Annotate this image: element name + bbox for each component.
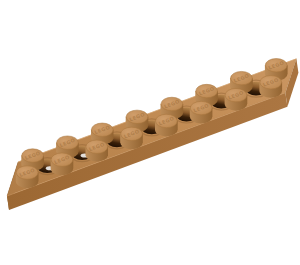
stud: LEGO — [225, 88, 248, 110]
stud: LEGO — [16, 166, 39, 188]
stud: LEGO — [86, 140, 109, 162]
lego-technic-plate-2x8: LEGOLEGOLEGOLEGOLEGOLEGOLEGOLEGOLEGOLEGO… — [0, 0, 300, 265]
product-photo: LEGOLEGOLEGOLEGOLEGOLEGOLEGOLEGOLEGOLEGO… — [0, 0, 300, 265]
stud: LEGO — [190, 101, 213, 123]
stud: LEGO — [155, 114, 178, 136]
stud: LEGO — [259, 76, 282, 98]
stud: LEGO — [120, 127, 143, 149]
stud: LEGO — [51, 153, 74, 175]
